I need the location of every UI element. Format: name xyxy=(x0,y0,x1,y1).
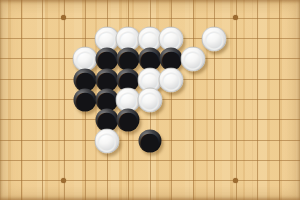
grid-line-vertical xyxy=(257,0,258,200)
star-point xyxy=(233,178,238,183)
grid-line-horizontal xyxy=(0,160,300,161)
grid-line-vertical xyxy=(42,0,43,200)
star-point xyxy=(61,178,66,183)
star-point xyxy=(61,15,66,20)
stone-black: ● xyxy=(74,88,97,111)
go-board[interactable]: ○○○○○○●●●●○●●●○○●●○○●●○● xyxy=(0,0,300,200)
grid-line-vertical xyxy=(64,0,65,200)
star-point xyxy=(233,15,238,20)
grid-line-horizontal xyxy=(0,119,300,120)
grid-line-vertical xyxy=(193,0,194,200)
grid-line-vertical xyxy=(279,0,280,200)
grid-line-horizontal xyxy=(0,18,300,19)
stone-white: ○ xyxy=(137,87,162,112)
stone-white: ○ xyxy=(159,67,184,92)
grid-line-horizontal xyxy=(0,180,300,181)
grid-line-vertical xyxy=(236,0,237,200)
stone-white: ○ xyxy=(180,47,205,72)
stone-black: ● xyxy=(117,109,140,132)
grid-line-vertical xyxy=(21,0,22,200)
screenshot: ○○○○○○●●●●○●●●○○●●○○●●○● xyxy=(0,0,300,200)
stone-white: ○ xyxy=(202,26,227,51)
stone-white: ○ xyxy=(94,128,119,153)
stone-black: ● xyxy=(138,129,161,152)
